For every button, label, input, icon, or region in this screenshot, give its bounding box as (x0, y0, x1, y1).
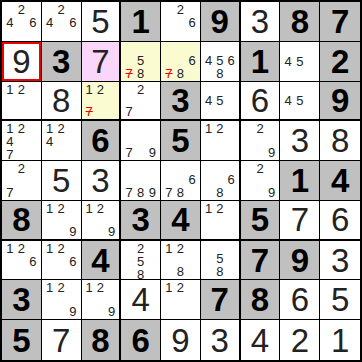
candidate-marks: 12 (4, 83, 39, 119)
empty-mark-slot (135, 134, 147, 146)
cell-r1c3[interactable]: 5 (82, 2, 122, 42)
empty-mark-slot (84, 215, 95, 225)
candidate-marks: 12 (203, 202, 237, 238)
given-digit: 1 (291, 164, 309, 197)
given-digit: 2 (331, 45, 349, 78)
solved-digit: 9 (171, 324, 189, 357)
cell-r6c5[interactable]: 4 (161, 201, 201, 241)
given-digit: 5 (251, 203, 269, 236)
cell-r5c7[interactable]: 29 (241, 161, 281, 201)
cell-r5c3[interactable]: 3 (82, 161, 122, 201)
empty-mark-slot (175, 16, 187, 29)
cell-r5c1[interactable]: 27 (2, 161, 42, 201)
empty-mark-slot (27, 29, 39, 40)
empty-mark-slot (55, 294, 67, 305)
given-digit: 9 (291, 244, 309, 277)
cell-r4c1[interactable]: 1247 (2, 121, 42, 161)
cell-r7c9[interactable]: 3 (320, 241, 360, 281)
candidate-marks: 26 (163, 3, 198, 40)
empty-mark-slot (123, 54, 135, 67)
cell-r3c2[interactable]: 8 (42, 82, 82, 122)
empty-mark-slot (67, 29, 79, 40)
empty-mark-slot (294, 68, 306, 80)
cell-r7c4[interactable]: 258 (121, 241, 161, 281)
empty-mark-slot (214, 135, 225, 147)
cell-r5c2[interactable]: 5 (42, 161, 82, 201)
candidate-marks: 126 (44, 242, 79, 279)
cell-r2c1[interactable]: 9 (2, 42, 42, 82)
candidate-marks: 45 (282, 83, 317, 119)
candidate-digit: 4 (282, 55, 294, 68)
empty-mark-slot (55, 16, 67, 29)
candidate-digit: 2 (135, 83, 147, 96)
cell-r4c4[interactable]: 79 (121, 121, 161, 161)
solved-digit: 7 (52, 324, 70, 357)
candidate-digit: 7 (4, 186, 16, 199)
candidate-digit: 4 (203, 54, 214, 67)
cell-r6c4[interactable]: 3 (121, 201, 161, 241)
empty-mark-slot (203, 67, 214, 80)
empty-mark-slot (175, 29, 187, 40)
solved-digit: 2 (291, 324, 309, 357)
empty-mark-slot (67, 122, 79, 135)
empty-mark-slot (243, 162, 255, 175)
candidate-marks: 4568 (203, 43, 237, 80)
cell-r2c6[interactable]: 4568 (201, 42, 241, 82)
empty-mark-slot (123, 162, 135, 174)
empty-mark-slot (84, 225, 95, 238)
candidate-digit: 5 (214, 94, 225, 107)
empty-mark-slot (254, 186, 266, 199)
empty-mark-slot (186, 255, 198, 266)
empty-mark-slot (163, 54, 175, 67)
empty-mark-slot (163, 265, 175, 278)
empty-mark-slot (4, 268, 16, 279)
empty-mark-slot (27, 268, 39, 279)
empty-mark-slot (294, 43, 306, 55)
given-digit: 5 (171, 124, 189, 157)
cell-r5c9[interactable]: 4 (320, 161, 360, 201)
candidate-digit: 6 (67, 16, 79, 29)
empty-mark-slot (203, 242, 214, 253)
candidate-digit: 6 (27, 16, 39, 29)
cell-r2c9[interactable]: 2 (320, 42, 360, 82)
empty-mark-slot (186, 306, 198, 318)
empty-mark-slot (203, 186, 214, 199)
empty-mark-slot (16, 148, 28, 161)
empty-mark-slot (225, 107, 236, 118)
solved-digit: 4 (251, 324, 269, 357)
candidate-marks: 12 (203, 122, 237, 159)
given-digit: 9 (211, 5, 229, 38)
cell-r9c7[interactable]: 4 (241, 320, 281, 360)
empty-mark-slot (135, 105, 147, 118)
candidate-digit: 1 (44, 202, 56, 215)
empty-mark-slot (186, 294, 198, 306)
solved-digit: 8 (331, 124, 349, 157)
given-digit: 8 (291, 5, 309, 38)
empty-mark-slot (203, 147, 214, 159)
empty-mark-slot (225, 94, 236, 107)
candidate-digit: 8 (135, 186, 147, 199)
given-digit: 3 (12, 283, 30, 316)
cell-r3c3[interactable]: 127 (82, 82, 122, 122)
empty-mark-slot (106, 105, 117, 118)
candidate-digit: 9 (106, 305, 117, 318)
cell-r4c6[interactable]: 12 (201, 121, 241, 161)
solved-digit: 6 (331, 203, 349, 236)
empty-mark-slot (282, 68, 294, 80)
empty-mark-slot (106, 83, 117, 96)
cell-r6c8[interactable]: 7 (280, 201, 320, 241)
cell-r2c3[interactable]: 7 (82, 42, 122, 82)
cell-r4c5[interactable]: 5 (161, 121, 201, 161)
cell-r8c1[interactable]: 3 (2, 280, 42, 320)
empty-mark-slot (147, 96, 159, 106)
empty-mark-slot (67, 281, 79, 294)
candidate-marks: 128 (163, 242, 198, 279)
cell-r6c6[interactable]: 12 (201, 201, 241, 241)
cell-r2c5[interactable]: 678 (161, 42, 201, 82)
cell-r4c7[interactable]: 29 (241, 121, 281, 161)
cell-r1c4[interactable]: 1 (121, 2, 161, 42)
cell-r4c8[interactable]: 3 (280, 121, 320, 161)
cell-r1c7[interactable]: 3 (241, 2, 281, 42)
empty-mark-slot (175, 306, 187, 318)
cell-r2c7[interactable]: 1 (241, 42, 281, 82)
cell-r5c5[interactable]: 678 (161, 161, 201, 201)
empty-mark-slot (27, 135, 39, 148)
candidate-digit: 5 (294, 94, 306, 107)
empty-mark-slot (4, 162, 16, 175)
cell-r7c6[interactable]: 58 (201, 241, 241, 281)
cell-r6c9[interactable]: 6 (320, 201, 360, 241)
cell-r3c4[interactable]: 27 (121, 82, 161, 122)
empty-mark-slot (55, 135, 67, 148)
cell-r7c3[interactable]: 4 (82, 241, 122, 281)
empty-mark-slot (123, 83, 135, 96)
candidate-digit: 2 (254, 162, 266, 175)
cell-r9c4[interactable]: 6 (121, 320, 161, 360)
candidate-marks: 58 (203, 242, 237, 279)
empty-mark-slot (55, 305, 67, 318)
cell-r7c1[interactable]: 126 (2, 241, 42, 281)
cell-r2c8[interactable]: 45 (280, 42, 320, 82)
candidate-digit: 2 (55, 122, 67, 135)
empty-mark-slot (203, 43, 214, 54)
empty-mark-slot (95, 225, 106, 238)
candidate-digit: 2 (175, 3, 187, 16)
empty-mark-slot (147, 268, 159, 281)
cell-r6c2[interactable]: 129 (42, 201, 82, 241)
sudoku-board: 2462465126938793757867845681452128127273… (0, 0, 362, 362)
candidate-digit: 1 (163, 242, 175, 255)
given-digit: 7 (251, 244, 269, 277)
empty-mark-slot (84, 305, 95, 318)
empty-mark-slot (27, 96, 39, 107)
cell-r8c7[interactable]: 8 (241, 280, 281, 320)
given-digit: 7 (331, 5, 349, 38)
empty-mark-slot (203, 162, 214, 173)
candidate-digit: 5 (135, 54, 147, 67)
candidate-marks: 29 (243, 122, 278, 159)
empty-mark-slot (16, 29, 28, 40)
given-digit: 3 (52, 45, 70, 78)
cell-r6c1[interactable]: 8 (2, 201, 42, 241)
empty-mark-slot (175, 43, 187, 54)
candidate-digit: 5 (214, 54, 225, 67)
candidate-digit: 7 (4, 148, 16, 161)
empty-mark-slot (225, 43, 236, 54)
candidate-marks: 124 (44, 122, 79, 159)
given-digit: 8 (91, 324, 109, 357)
cell-r8c3[interactable]: 129 (82, 280, 122, 320)
cell-r1c2[interactable]: 246 (42, 2, 82, 42)
cell-r7c7[interactable]: 7 (241, 241, 281, 281)
solved-digit: 7 (91, 45, 109, 78)
candidate-digit: 4 (203, 94, 214, 107)
empty-mark-slot (254, 175, 266, 186)
cell-r1c6[interactable]: 9 (201, 2, 241, 42)
cell-r7c2[interactable]: 126 (42, 241, 82, 281)
cell-r9c6[interactable]: 3 (201, 320, 241, 360)
empty-mark-slot (147, 255, 159, 268)
empty-mark-slot (306, 83, 318, 94)
candidate-digit: 2 (175, 242, 187, 255)
candidate-digit: 7 (123, 186, 135, 199)
candidate-digit: 4 (4, 16, 16, 29)
candidate-digit: 9 (67, 305, 79, 318)
candidate-digit: 1 (163, 281, 175, 294)
empty-mark-slot (123, 268, 135, 281)
empty-mark-slot (67, 268, 79, 279)
empty-mark-slot (147, 54, 159, 67)
cell-r3c6[interactable]: 45 (201, 82, 241, 122)
cell-r1c5[interactable]: 26 (161, 2, 201, 42)
empty-mark-slot (186, 242, 198, 255)
empty-mark-slot (163, 255, 175, 266)
candidate-digit: 9 (147, 186, 159, 199)
cell-r8c8[interactable]: 6 (280, 280, 320, 320)
given-digit: 5 (12, 324, 30, 357)
given-digit: 1 (132, 5, 150, 38)
cell-r2c2[interactable]: 3 (42, 42, 82, 82)
empty-mark-slot (186, 67, 198, 80)
candidate-marks: 129 (44, 281, 79, 318)
candidate-marks: 27 (4, 162, 39, 199)
candidate-digit: 4 (282, 94, 294, 107)
solved-digit: 6 (251, 84, 269, 117)
candidate-marks: 129 (44, 202, 79, 238)
cell-r9c3[interactable]: 8 (82, 320, 122, 360)
cell-r7c8[interactable]: 9 (280, 241, 320, 281)
empty-mark-slot (135, 96, 147, 106)
cell-r9c1[interactable]: 5 (2, 320, 42, 360)
empty-mark-slot (306, 94, 318, 107)
empty-mark-slot (16, 96, 28, 107)
empty-mark-slot (44, 148, 56, 159)
empty-mark-slot (55, 29, 67, 40)
candidate-marks: 129 (84, 281, 118, 318)
empty-mark-slot (27, 242, 39, 255)
empty-mark-slot (163, 306, 175, 318)
empty-mark-slot (294, 107, 306, 118)
empty-mark-slot (203, 173, 214, 186)
empty-mark-slot (214, 43, 225, 54)
empty-mark-slot (27, 175, 39, 186)
candidate-digit: 2 (95, 202, 106, 215)
candidate-marks: 12 (163, 281, 198, 318)
empty-mark-slot (106, 202, 117, 215)
cell-r9c8[interactable]: 2 (280, 320, 320, 360)
candidate-marks: 789 (123, 162, 158, 199)
empty-mark-slot (163, 29, 175, 40)
empty-mark-slot (163, 294, 175, 306)
candidate-digit: 5 (135, 255, 147, 268)
empty-mark-slot (225, 186, 236, 199)
candidate-digit: 1 (203, 202, 214, 215)
cell-r1c9[interactable]: 7 (320, 2, 360, 42)
cell-r4c2[interactable]: 124 (42, 121, 82, 161)
empty-mark-slot (214, 215, 225, 226)
candidate-digit: 2 (16, 242, 28, 255)
candidate-marks: 79 (123, 122, 158, 159)
empty-mark-slot (4, 96, 16, 107)
cell-r5c6[interactable]: 68 (201, 161, 241, 201)
empty-mark-slot (16, 107, 28, 118)
cell-r3c8[interactable]: 45 (280, 82, 320, 122)
empty-mark-slot (135, 146, 147, 159)
candidate-digit: 2 (135, 242, 147, 255)
empty-mark-slot (175, 294, 187, 306)
empty-mark-slot (16, 175, 28, 186)
empty-mark-slot (4, 107, 16, 118)
cell-r9c2[interactable]: 7 (42, 320, 82, 360)
cell-r4c3[interactable]: 6 (82, 121, 122, 161)
empty-mark-slot (225, 226, 236, 237)
given-digit: 3 (132, 203, 150, 236)
empty-mark-slot (95, 96, 106, 106)
empty-mark-slot (254, 146, 266, 159)
cell-r3c1[interactable]: 12 (2, 82, 42, 122)
cell-r7c5[interactable]: 128 (161, 241, 201, 281)
empty-mark-slot (16, 268, 28, 279)
eliminated-candidate-digit: 7 (123, 67, 135, 80)
candidate-digit: 8 (214, 186, 225, 199)
empty-mark-slot (147, 122, 159, 134)
cell-r3c9[interactable]: 9 (320, 82, 360, 122)
empty-mark-slot (225, 67, 236, 80)
solved-digit: 5 (91, 5, 109, 38)
empty-mark-slot (16, 135, 28, 148)
given-digit: 3 (171, 84, 189, 117)
empty-mark-slot (225, 135, 236, 147)
cell-r1c1[interactable]: 246 (2, 2, 42, 42)
empty-mark-slot (67, 148, 79, 159)
empty-mark-slot (306, 55, 318, 68)
candidate-digit: 2 (95, 83, 106, 96)
candidate-digit: 1 (4, 83, 16, 96)
empty-mark-slot (135, 43, 147, 54)
candidate-digit: 9 (266, 186, 278, 199)
candidate-marks: 678 (163, 43, 198, 80)
cell-r2c4[interactable]: 578 (121, 42, 161, 82)
candidate-digit: 6 (67, 255, 79, 268)
empty-mark-slot (243, 186, 255, 199)
empty-mark-slot (243, 175, 255, 186)
candidate-marks: 578 (123, 43, 158, 80)
empty-mark-slot (225, 265, 236, 278)
cell-r3c5[interactable]: 3 (161, 82, 201, 122)
candidate-digit: 4 (44, 16, 56, 29)
empty-mark-slot (266, 122, 278, 135)
cell-r9c9[interactable]: 1 (320, 320, 360, 360)
empty-mark-slot (203, 107, 214, 118)
cell-r8c6[interactable]: 7 (201, 280, 241, 320)
empty-mark-slot (203, 215, 214, 226)
candidate-marks: 129 (84, 202, 118, 238)
given-digit: 8 (251, 283, 269, 316)
cell-r8c9[interactable]: 5 (320, 280, 360, 320)
empty-mark-slot (27, 162, 39, 175)
candidate-digit: 2 (254, 122, 266, 135)
candidate-digit: 6 (225, 54, 236, 67)
empty-mark-slot (266, 162, 278, 175)
empty-mark-slot (186, 29, 198, 40)
solved-digit: 1 (331, 324, 349, 357)
empty-mark-slot (163, 173, 175, 186)
given-digit: 9 (331, 84, 349, 117)
empty-mark-slot (214, 107, 225, 118)
given-digit: 4 (171, 203, 189, 236)
empty-mark-slot (214, 226, 225, 237)
cell-r1c8[interactable]: 8 (280, 2, 320, 42)
candidate-digit: 2 (214, 122, 225, 135)
solved-digit: 7 (291, 203, 309, 236)
empty-mark-slot (225, 202, 236, 215)
candidate-digit: 1 (44, 281, 56, 294)
cell-r5c8[interactable]: 1 (280, 161, 320, 201)
cell-r3c7[interactable]: 6 (241, 82, 281, 122)
empty-mark-slot (243, 122, 255, 135)
given-digit: 6 (132, 324, 150, 357)
empty-mark-slot (243, 135, 255, 146)
candidate-digit: 9 (147, 146, 159, 159)
cell-r4c9[interactable]: 8 (320, 121, 360, 161)
candidate-digit: 6 (186, 173, 198, 186)
empty-mark-slot (175, 162, 187, 173)
empty-mark-slot (203, 135, 214, 147)
cell-r8c4[interactable]: 4 (121, 280, 161, 320)
empty-mark-slot (306, 68, 318, 80)
solved-digit: 6 (291, 283, 309, 316)
cell-r8c2[interactable]: 129 (42, 280, 82, 320)
empty-mark-slot (147, 83, 159, 96)
empty-mark-slot (95, 294, 106, 305)
solved-digit: 5 (52, 164, 70, 197)
solved-digit: 3 (251, 5, 269, 38)
cell-r9c5[interactable]: 9 (161, 320, 201, 360)
cell-r5c4[interactable]: 789 (121, 161, 161, 201)
cell-r8c5[interactable]: 12 (161, 280, 201, 320)
cell-r6c3[interactable]: 129 (82, 201, 122, 241)
solved-digit: 3 (211, 324, 229, 357)
candidate-marks: 45 (282, 43, 317, 80)
cell-r6c7[interactable]: 5 (241, 201, 281, 241)
empty-mark-slot (95, 215, 106, 225)
empty-mark-slot (225, 215, 236, 226)
candidate-digit: 2 (55, 3, 67, 16)
